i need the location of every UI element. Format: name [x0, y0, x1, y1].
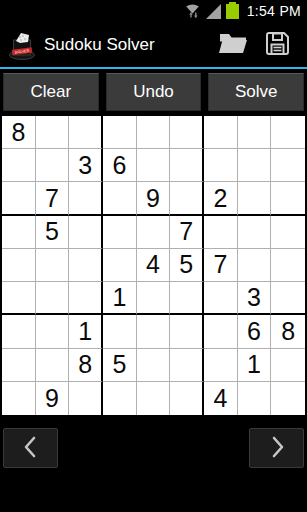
cell-r4c7[interactable] [204, 216, 238, 249]
cell-r1c8[interactable] [238, 116, 272, 149]
cell-r8c5[interactable] [137, 349, 171, 382]
cell-r3c6[interactable] [170, 182, 204, 215]
cell-r5c4[interactable] [103, 249, 137, 282]
cell-r1c9[interactable] [271, 116, 305, 149]
cell-r8c4[interactable]: 5 [103, 349, 137, 382]
save-button[interactable] [255, 25, 299, 65]
cell-r7c3[interactable]: 1 [69, 315, 103, 348]
cell-r8c3[interactable]: 8 [69, 349, 103, 382]
cell-r7c2[interactable] [36, 315, 70, 348]
app-title: Sudoku Solver [44, 35, 155, 55]
cell-r6c7[interactable] [204, 282, 238, 315]
cell-r1c2[interactable] [36, 116, 70, 149]
chevron-right-icon [266, 435, 288, 462]
cell-r7c5[interactable] [137, 315, 171, 348]
cell-r9c3[interactable] [69, 382, 103, 415]
cell-r3c7[interactable]: 2 [204, 182, 238, 215]
cell-r2c1[interactable] [2, 149, 36, 182]
cell-r2c6[interactable] [170, 149, 204, 182]
cell-r4c1[interactable] [2, 216, 36, 249]
cell-r5c3[interactable] [69, 249, 103, 282]
cell-r2c5[interactable] [137, 149, 171, 182]
cell-r7c9[interactable]: 8 [271, 315, 305, 348]
cell-r4c8[interactable] [238, 216, 272, 249]
cell-r4c5[interactable] [137, 216, 171, 249]
cell-r3c1[interactable] [2, 182, 36, 215]
cell-r6c9[interactable] [271, 282, 305, 315]
wifi-icon [184, 3, 201, 19]
chevron-left-icon [20, 435, 42, 462]
cell-r8c6[interactable] [170, 349, 204, 382]
cell-r5c9[interactable] [271, 249, 305, 282]
cell-r5c7[interactable]: 7 [204, 249, 238, 282]
sudoku-board: 836792574571316885194 [0, 114, 307, 417]
cell-r1c6[interactable] [170, 116, 204, 149]
bottom-bar [0, 417, 307, 468]
cell-r6c6[interactable] [170, 282, 204, 315]
folder-icon [218, 32, 248, 58]
cell-r5c1[interactable] [2, 249, 36, 282]
cell-r7c7[interactable] [204, 315, 238, 348]
cell-r4c3[interactable] [69, 216, 103, 249]
cell-r8c2[interactable] [36, 349, 70, 382]
cell-r6c2[interactable] [36, 282, 70, 315]
status-bar: 1:54 PM [0, 0, 307, 22]
save-icon [265, 31, 290, 59]
solve-button[interactable]: Solve [208, 73, 304, 111]
cell-r9c9[interactable] [271, 382, 305, 415]
cell-r6c4[interactable]: 1 [103, 282, 137, 315]
cell-r7c8[interactable]: 6 [238, 315, 272, 348]
app-screen: 1:54 PM SOLVER Sudoku Solver [0, 0, 307, 512]
cell-r9c5[interactable] [137, 382, 171, 415]
cell-r5c6[interactable]: 5 [170, 249, 204, 282]
cell-r6c3[interactable] [69, 282, 103, 315]
open-folder-button[interactable] [211, 25, 255, 65]
cell-r3c4[interactable] [103, 182, 137, 215]
cell-r2c2[interactable] [36, 149, 70, 182]
cell-r2c8[interactable] [238, 149, 272, 182]
cell-r4c2[interactable]: 5 [36, 216, 70, 249]
cell-r7c6[interactable] [170, 315, 204, 348]
cell-r8c1[interactable] [2, 349, 36, 382]
cell-r9c1[interactable] [2, 382, 36, 415]
cell-r3c2[interactable]: 7 [36, 182, 70, 215]
app-bar: SOLVER Sudoku Solver [0, 22, 307, 67]
cell-r8c9[interactable] [271, 349, 305, 382]
app-logo-icon: SOLVER [8, 29, 36, 61]
cell-r1c5[interactable] [137, 116, 171, 149]
cell-r3c8[interactable] [238, 182, 272, 215]
cell-r9c8[interactable] [238, 382, 272, 415]
clear-button[interactable]: Clear [3, 73, 99, 111]
cell-r5c2[interactable] [36, 249, 70, 282]
cell-r1c3[interactable] [69, 116, 103, 149]
prev-puzzle-button[interactable] [3, 428, 58, 468]
cell-r5c8[interactable] [238, 249, 272, 282]
cell-r8c7[interactable] [204, 349, 238, 382]
cell-r9c6[interactable] [170, 382, 204, 415]
cell-r2c9[interactable] [271, 149, 305, 182]
cell-r4c9[interactable] [271, 216, 305, 249]
cell-r2c3[interactable]: 3 [69, 149, 103, 182]
cell-r9c7[interactable]: 4 [204, 382, 238, 415]
cell-r9c2[interactable]: 9 [36, 382, 70, 415]
next-puzzle-button[interactable] [249, 428, 304, 468]
cell-r5c5[interactable]: 4 [137, 249, 171, 282]
cell-r3c5[interactable]: 9 [137, 182, 171, 215]
cell-r2c7[interactable] [204, 149, 238, 182]
cell-r1c4[interactable] [103, 116, 137, 149]
cell-r6c8[interactable]: 3 [238, 282, 272, 315]
cell-r1c1[interactable]: 8 [2, 116, 36, 149]
cell-r3c3[interactable] [69, 182, 103, 215]
cell-r4c6[interactable]: 7 [170, 216, 204, 249]
cell-r1c7[interactable] [204, 116, 238, 149]
cell-r7c1[interactable] [2, 315, 36, 348]
battery-icon [226, 4, 239, 19]
cell-r2c4[interactable]: 6 [103, 149, 137, 182]
cell-r6c1[interactable] [2, 282, 36, 315]
signal-strength-icon [206, 4, 221, 19]
undo-button[interactable]: Undo [106, 73, 202, 111]
cell-r6c5[interactable] [137, 282, 171, 315]
cell-r8c8[interactable]: 1 [238, 349, 272, 382]
cell-r3c9[interactable] [271, 182, 305, 215]
cell-r9c4[interactable] [103, 382, 137, 415]
cell-r4c4[interactable] [103, 216, 137, 249]
status-time: 1:54 PM [247, 3, 301, 19]
toolbar: Clear Undo Solve [0, 69, 307, 114]
cell-r7c4[interactable] [103, 315, 137, 348]
